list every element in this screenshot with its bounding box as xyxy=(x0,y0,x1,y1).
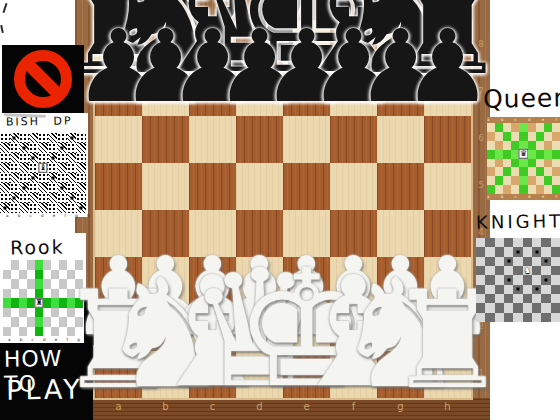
square-h5[interactable] xyxy=(424,163,471,210)
chess-game-screen: 87654321abcdefgh ♜♞♝♛♚♝♞♜♟♟♟♟♟♟♟♟♟♟♟♟♟♟♟… xyxy=(0,0,560,420)
bishop-card-coords: a b c d e f g h xyxy=(6,213,94,218)
rank-label-6: 6 xyxy=(474,133,488,143)
no-entry-sign[interactable] xyxy=(2,45,84,113)
scribble-mark xyxy=(3,3,8,13)
knight-grid-piece-icon: ♞ xyxy=(524,266,531,274)
square-f5[interactable] xyxy=(330,163,377,210)
square-a5[interactable] xyxy=(95,163,142,210)
queen-moves-diagram: ♛ xyxy=(487,123,560,194)
knight-card-title: KNIGHT xyxy=(476,210,560,233)
bish-grid-piece-icon: ♝ xyxy=(38,163,47,173)
queen-card-title: Queen xyxy=(483,83,560,114)
queen-card-coords-bottom: a b c d e f g h xyxy=(487,194,560,200)
knight-moves-diagram: ♞ xyxy=(476,238,560,322)
scribble-mark xyxy=(0,25,4,33)
bishop-card-title: BISH DP xyxy=(6,114,73,128)
rank-label-5: 5 xyxy=(474,180,488,190)
square-c5[interactable] xyxy=(189,163,236,210)
rook-card-title: Rook xyxy=(10,236,65,259)
square-g5[interactable] xyxy=(377,163,424,210)
black-pawn-h7[interactable]: ♟ xyxy=(403,17,493,117)
bishop-moves-diagram: ♝ xyxy=(0,133,86,213)
square-d5[interactable] xyxy=(236,163,283,210)
square-e5[interactable] xyxy=(283,163,330,210)
square-b5[interactable] xyxy=(142,163,189,210)
